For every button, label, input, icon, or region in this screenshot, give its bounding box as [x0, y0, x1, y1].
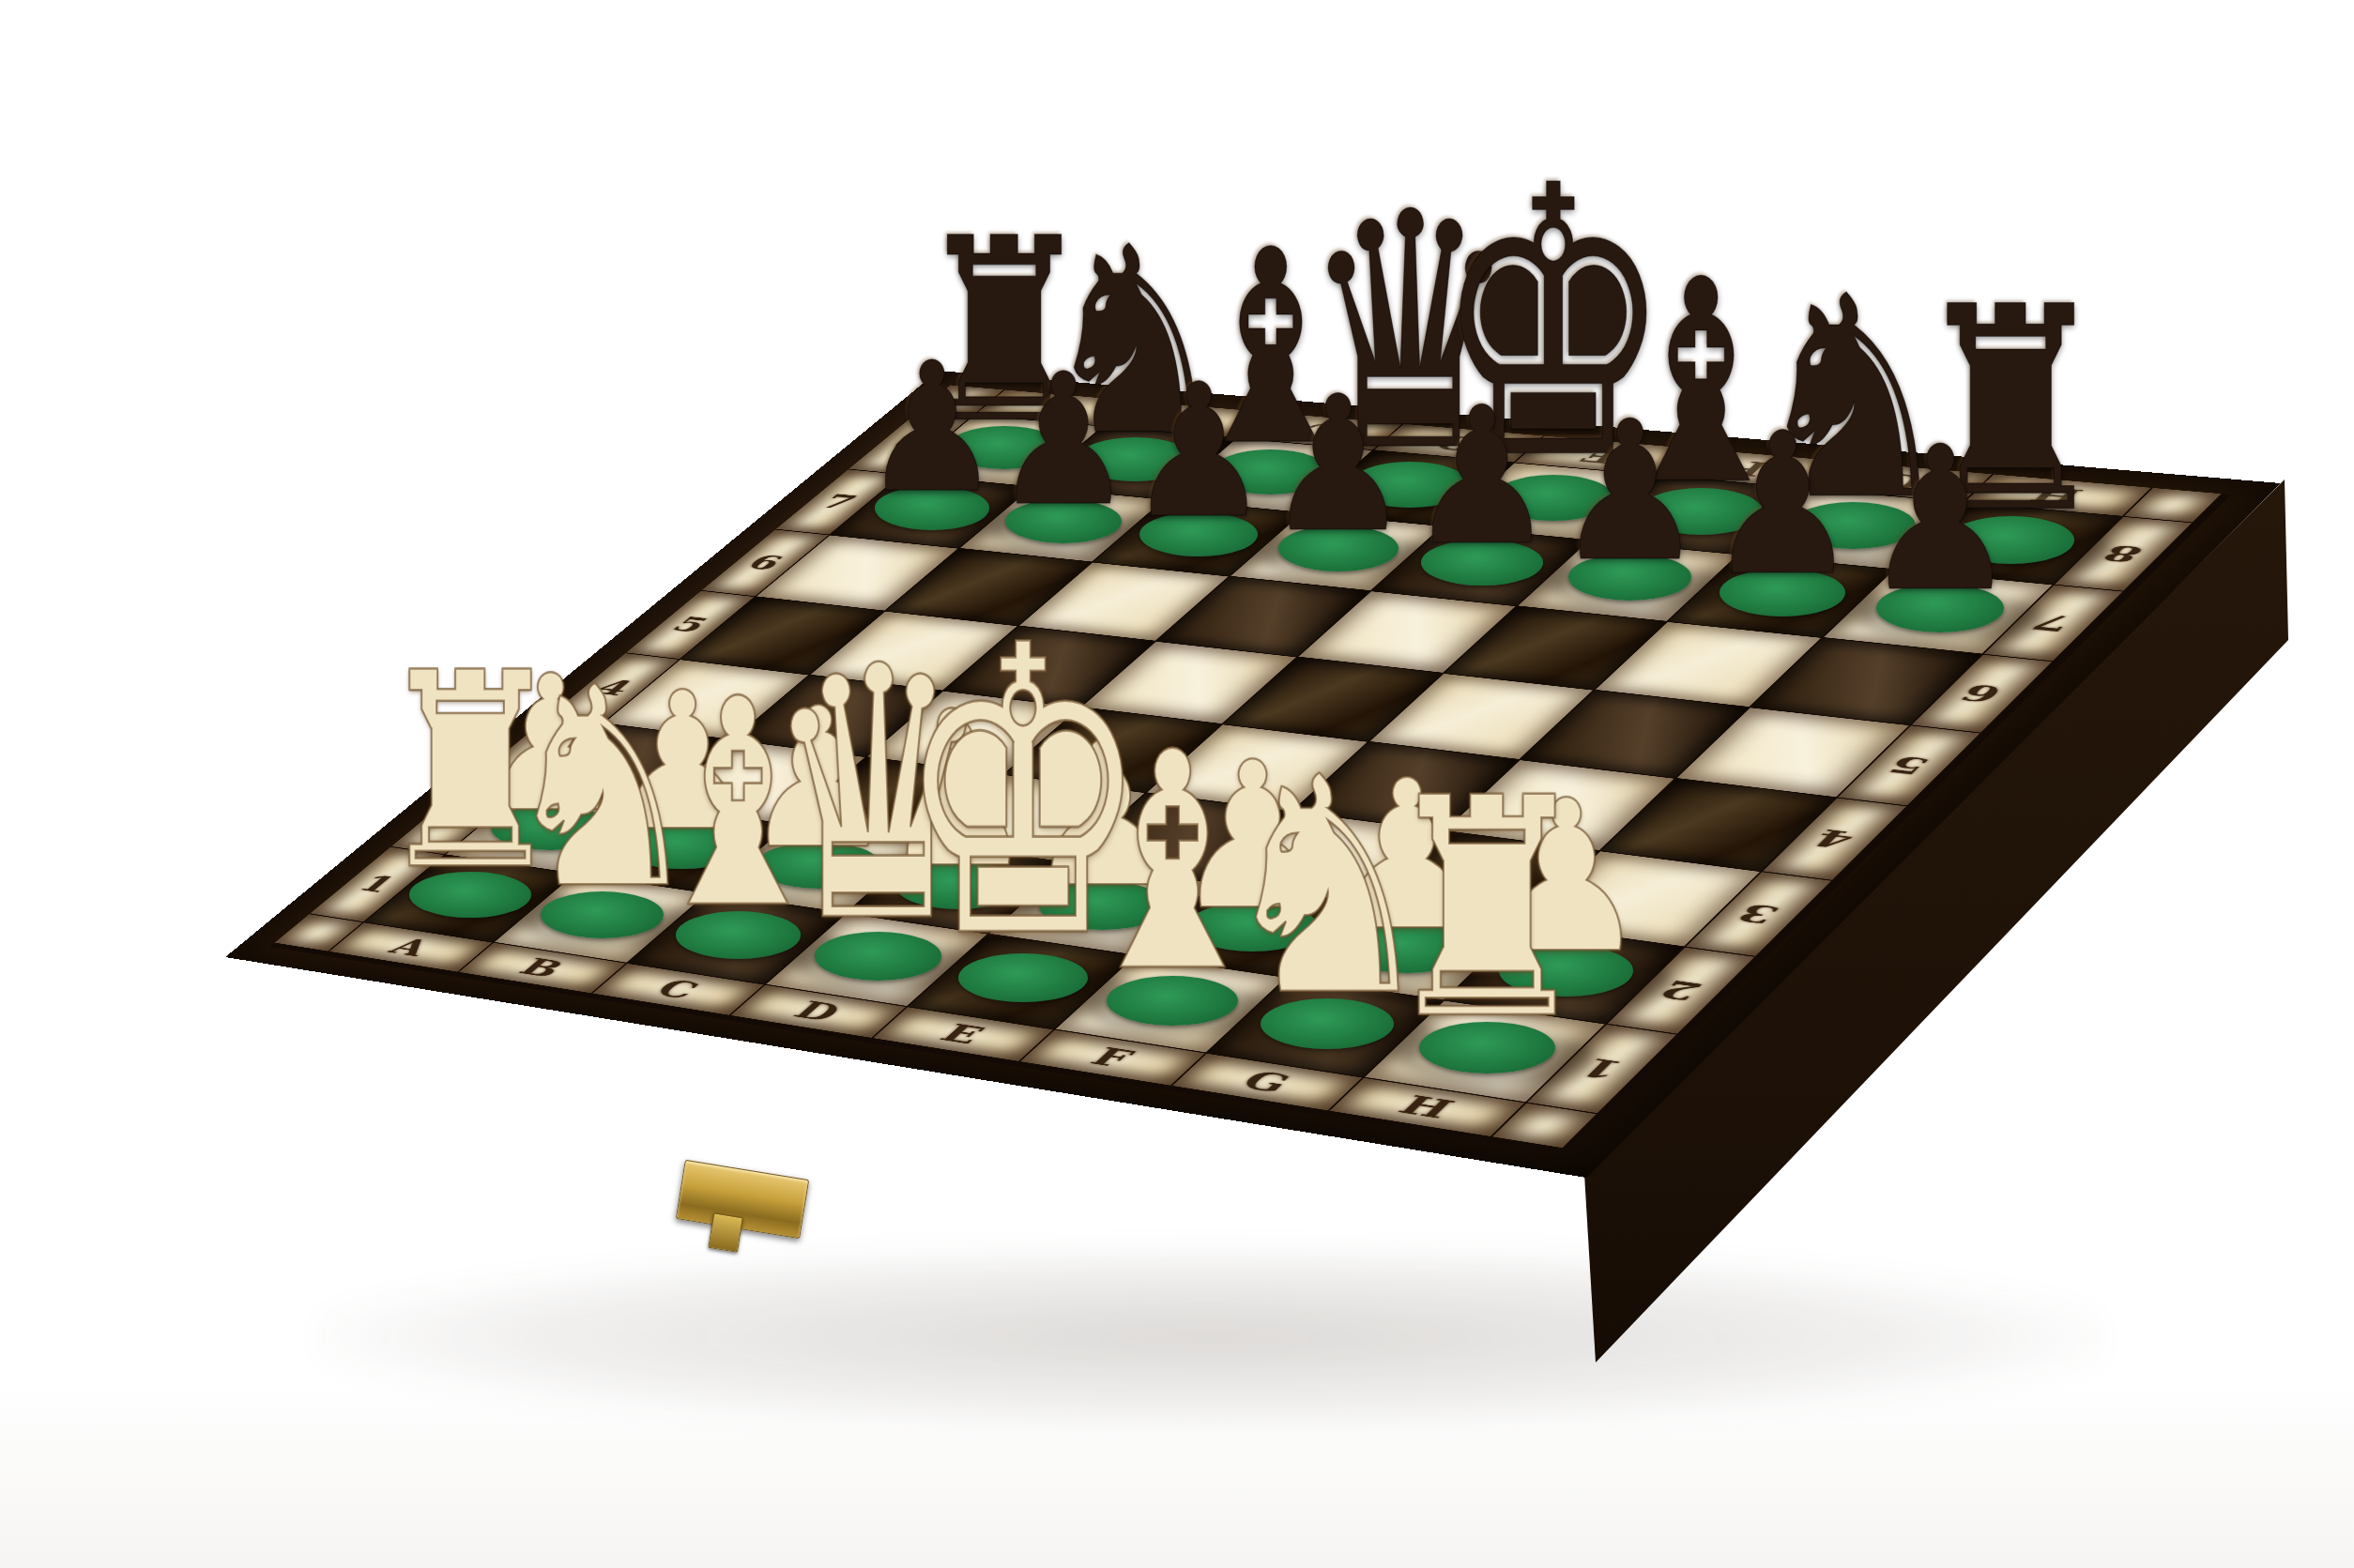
piece-black-pawn-g7[interactable]: ♟ [1706, 407, 1859, 603]
photo-stage: ABCDEFGH8877665544332211ABCDEFGH ♜♞♝♛♚♝♞… [0, 0, 2354, 1568]
piece-black-pawn-e7[interactable]: ♟ [1408, 383, 1556, 572]
piece-black-pawn-c7[interactable]: ♟ [1127, 360, 1271, 544]
pieces-layer: ♜♞♝♛♚♝♞♜♟♟♟♟♟♟♟♟♟♟♟♟♟♟♟♟♜♞♝♛♚♝♞♜ [0, 0, 2354, 1568]
piece-black-pawn-d7[interactable]: ♟ [1265, 372, 1411, 558]
piece-black-pawn-a7[interactable]: ♟ [863, 339, 1002, 518]
piece-black-pawn-h7[interactable]: ♟ [1863, 420, 2018, 619]
piece-black-pawn-f7[interactable]: ♟ [1554, 395, 1704, 587]
piece-black-pawn-b7[interactable]: ♟ [993, 349, 1135, 530]
piece-white-rook-h1[interactable]: ♜ [1379, 759, 1596, 1061]
